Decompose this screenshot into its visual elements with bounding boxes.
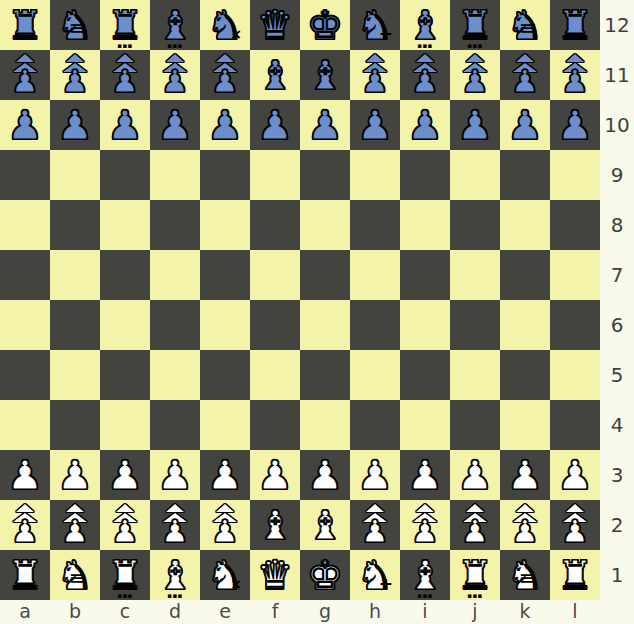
piece-blue-pawn: ♟ [100,100,150,150]
square-e9[interactable] [200,150,250,200]
square-i12[interactable]: ♝▪▪▪ [400,0,450,50]
square-a12[interactable]: ♜ [0,0,50,50]
piece-blue-footed-bishop: ♝▪▪▪ [150,0,200,50]
square-c8[interactable] [100,200,150,250]
piece-white-footed-bishop: ♝▪▪▪ [400,550,450,600]
square-k11[interactable]: ♟ [500,50,550,100]
piece-glyph: ♟ [100,56,150,106]
square-a5[interactable] [0,350,50,400]
square-j10[interactable]: ♟ [450,100,500,150]
piece-glyph: ♟ [50,56,100,106]
square-g1[interactable]: ♚ [300,550,350,600]
piece-glyph: ♟ [450,450,500,500]
square-a11[interactable]: ♟ [0,50,50,100]
piece-blue-pawn: ♟ [450,100,500,150]
piece-blue-fast-pawn: ♟ [100,50,150,100]
rank-label-7: 7 [600,250,634,300]
piece-blue-pawn: ♟ [300,100,350,150]
piece-white-footed-bishop: ♝▪▪▪ [150,550,200,600]
feet-mark-icon: ▪▪▪ [167,593,183,600]
square-f5[interactable] [250,350,300,400]
square-g3[interactable]: ♟ [300,450,350,500]
square-d4[interactable] [150,400,200,450]
piece-white-queen: ♛ [250,550,300,600]
piece-blue-fast-pawn: ♟ [200,50,250,100]
piece-blue-rook: ♜ [550,0,600,50]
rank-label-8: 8 [600,200,634,250]
square-f11[interactable]: ♝ [250,50,300,100]
piece-white-pawn: ♟ [450,450,500,500]
piece-white-pawn: ♟ [250,450,300,500]
square-h7[interactable] [350,250,400,300]
square-h2[interactable]: ♟ [350,500,400,550]
piece-blue-pawn: ♟ [0,100,50,150]
square-i8[interactable] [400,200,450,250]
square-c11[interactable]: ♟ [100,50,150,100]
rank-label-4: 4 [600,400,634,450]
piece-glyph: ♟ [350,100,400,150]
stripes-mark-icon: ≡ [518,571,537,586]
square-h3[interactable]: ♟ [350,450,400,500]
square-l2[interactable]: ♟ [550,500,600,550]
piece-glyph: ♟ [450,100,500,150]
square-l1[interactable]: ♜ [550,550,600,600]
piece-glyph: ♟ [100,450,150,500]
square-d12[interactable]: ♝▪▪▪ [150,0,200,50]
stripes-mark-icon: ≡ [68,21,87,36]
piece-glyph: ♟ [150,506,200,556]
square-h12[interactable]: ♞+ [350,0,400,50]
square-j9[interactable] [450,150,500,200]
square-b6[interactable] [50,300,100,350]
square-b9[interactable] [50,150,100,200]
piece-blue-footed-rook: ♜▪▪▪ [100,0,150,50]
square-g4[interactable] [300,400,350,450]
square-e4[interactable] [200,400,250,450]
piece-white-fast-pawn: ♟ [0,500,50,550]
feet-mark-icon: ▪▪▪ [117,43,133,50]
square-k10[interactable]: ♟ [500,100,550,150]
square-i9[interactable] [400,150,450,200]
square-i1[interactable]: ♝▪▪▪ [400,550,450,600]
feet-mark-icon: ▪▪▪ [417,593,433,600]
square-d1[interactable]: ♝▪▪▪ [150,550,200,600]
piece-blue-pawn: ♟ [500,100,550,150]
square-d2[interactable]: ♟ [150,500,200,550]
plus-mark-icon: + [379,26,393,43]
piece-blue-fast-pawn: ♟ [400,50,450,100]
piece-glyph: ♟ [500,506,550,556]
square-c6[interactable] [100,300,150,350]
piece-blue-fast-pawn: ♟ [500,50,550,100]
square-c9[interactable] [100,150,150,200]
piece-glyph: ♟ [250,450,300,500]
piece-blue-footed-bishop: ♝▪▪▪ [400,0,450,50]
square-l10[interactable]: ♟ [550,100,600,150]
square-a10[interactable]: ♟ [0,100,50,150]
square-e8[interactable] [200,200,250,250]
piece-glyph: ♟ [500,56,550,106]
feet-mark-icon: ▪▪▪ [467,593,483,600]
square-e12[interactable]: ♞× [200,0,250,50]
piece-white-pawn: ♟ [400,450,450,500]
square-j7[interactable] [450,250,500,300]
square-g2[interactable]: ♝ [300,500,350,550]
piece-glyph: ♟ [550,56,600,106]
square-a6[interactable] [0,300,50,350]
piece-glyph: ♟ [200,56,250,106]
square-i2[interactable]: ♟ [400,500,450,550]
x-mark-icon: × [230,577,242,591]
file-label-f: f [250,600,300,624]
piece-white-king: ♚ [300,550,350,600]
square-f4[interactable] [250,400,300,450]
piece-white-footed-rook: ♜▪▪▪ [450,550,500,600]
square-b5[interactable] [50,350,100,400]
piece-white-pawn: ♟ [350,450,400,500]
piece-glyph: ♟ [250,100,300,150]
piece-glyph: ♜ [0,0,50,50]
square-f6[interactable] [250,300,300,350]
square-g12[interactable]: ♚ [300,0,350,50]
piece-glyph: ♟ [550,450,600,500]
square-c3[interactable]: ♟ [100,450,150,500]
square-c10[interactable]: ♟ [100,100,150,150]
piece-white-pawn: ♟ [550,450,600,500]
square-d6[interactable] [150,300,200,350]
piece-glyph: ♟ [50,100,100,150]
rank-label-2: 2 [600,500,634,550]
square-g9[interactable] [300,150,350,200]
square-h4[interactable] [350,400,400,450]
square-k7[interactable] [500,250,550,300]
piece-white-striped-knight: ♞≡ [50,550,100,600]
piece-blue-fast-pawn: ♟ [0,50,50,100]
square-f10[interactable]: ♟ [250,100,300,150]
piece-glyph: ♟ [0,506,50,556]
rank-label-1: 1 [600,550,634,600]
square-j11[interactable]: ♟ [450,50,500,100]
piece-white-footed-rook: ♜▪▪▪ [100,550,150,600]
square-f9[interactable] [250,150,300,200]
square-e7[interactable] [200,250,250,300]
piece-blue-pawn: ♟ [550,100,600,150]
piece-glyph: ♟ [0,56,50,106]
piece-white-fast-pawn: ♟ [400,500,450,550]
square-g11[interactable]: ♝ [300,50,350,100]
rank-label-9: 9 [600,150,634,200]
square-l4[interactable] [550,400,600,450]
square-c12[interactable]: ♜▪▪▪ [100,0,150,50]
square-b10[interactable]: ♟ [50,100,100,150]
square-i11[interactable]: ♟ [400,50,450,100]
piece-glyph: ♟ [400,450,450,500]
piece-glyph: ♜ [550,0,600,50]
square-b3[interactable]: ♟ [50,450,100,500]
file-label-a: a [0,600,50,624]
piece-blue-fast-pawn: ♟ [150,50,200,100]
piece-white-bishop: ♝ [250,500,300,550]
square-c4[interactable] [100,400,150,450]
piece-white-pawn: ♟ [200,450,250,500]
square-e3[interactable]: ♟ [200,450,250,500]
piece-glyph: ♟ [50,450,100,500]
square-k4[interactable] [500,400,550,450]
square-c7[interactable] [100,250,150,300]
square-l6[interactable] [550,300,600,350]
feet-mark-icon: ▪▪▪ [117,593,133,600]
file-label-l: l [550,600,600,624]
file-label-b: b [50,600,100,624]
square-j8[interactable] [450,200,500,250]
piece-glyph: ♟ [200,100,250,150]
square-k1[interactable]: ♞≡ [500,550,550,600]
square-h9[interactable] [350,150,400,200]
piece-glyph: ♟ [50,506,100,556]
rank-label-12: 12 [600,0,634,50]
chess-board: ♜♞≡♜▪▪▪♝▪▪▪♞×♛♚♞+♝▪▪▪♜▪▪▪♞≡♜♟♟♟♟♟♝♝♟♟♟♟♟… [0,0,600,600]
piece-white-pawn: ♟ [50,450,100,500]
square-e5[interactable] [200,350,250,400]
piece-blue-pawn: ♟ [150,100,200,150]
square-h1[interactable]: ♞+ [350,550,400,600]
square-l8[interactable] [550,200,600,250]
rank-label-10: 10 [600,100,634,150]
square-h11[interactable]: ♟ [350,50,400,100]
square-b2[interactable]: ♟ [50,500,100,550]
piece-blue-pawn: ♟ [50,100,100,150]
square-a7[interactable] [0,250,50,300]
square-e10[interactable]: ♟ [200,100,250,150]
piece-white-pawn: ♟ [300,450,350,500]
piece-glyph: ♟ [450,506,500,556]
piece-white-fast-pawn: ♟ [550,500,600,550]
square-f1[interactable]: ♛ [250,550,300,600]
square-k5[interactable] [500,350,550,400]
square-f7[interactable] [250,250,300,300]
rank-label-5: 5 [600,350,634,400]
piece-glyph: ♟ [100,506,150,556]
piece-white-pawn: ♟ [0,450,50,500]
square-k3[interactable]: ♟ [500,450,550,500]
piece-glyph: ♟ [350,56,400,106]
rank-label-3: 3 [600,450,634,500]
piece-white-fast-pawn: ♟ [450,500,500,550]
piece-glyph: ♟ [150,100,200,150]
piece-white-fast-pawn: ♟ [100,500,150,550]
rank-labels: 121110987654321 [600,0,634,600]
piece-glyph: ♚ [300,0,350,50]
square-a9[interactable] [0,150,50,200]
piece-glyph: ♞ [200,0,250,50]
rank-label-6: 6 [600,300,634,350]
square-g10[interactable]: ♟ [300,100,350,150]
piece-blue-pawn: ♟ [400,100,450,150]
square-c5[interactable] [100,350,150,400]
piece-white-fast-pawn: ♟ [200,500,250,550]
piece-glyph: ♝ [250,50,300,100]
piece-white-knight-plus: ♞+ [350,550,400,600]
square-k12[interactable]: ♞≡ [500,0,550,50]
piece-blue-bishop: ♝ [250,50,300,100]
square-l12[interactable]: ♜ [550,0,600,50]
square-j12[interactable]: ♜▪▪▪ [450,0,500,50]
square-d7[interactable] [150,250,200,300]
piece-glyph: ♟ [0,450,50,500]
piece-blue-pawn: ♟ [250,100,300,150]
piece-blue-striped-knight: ♞≡ [50,0,100,50]
square-l7[interactable] [550,250,600,300]
plus-mark-icon: + [379,576,393,593]
square-d3[interactable]: ♟ [150,450,200,500]
square-b1[interactable]: ♞≡ [50,550,100,600]
square-l5[interactable] [550,350,600,400]
square-f8[interactable] [250,200,300,250]
square-b4[interactable] [50,400,100,450]
feet-mark-icon: ▪▪▪ [167,43,183,50]
piece-glyph: ♟ [400,506,450,556]
file-labels: abcdefghijkl [0,600,600,624]
square-k6[interactable] [500,300,550,350]
square-j6[interactable] [450,300,500,350]
square-e11[interactable]: ♟ [200,50,250,100]
square-h10[interactable]: ♟ [350,100,400,150]
piece-glyph: ♛ [250,550,300,600]
square-g7[interactable] [300,250,350,300]
piece-glyph: ♜ [550,550,600,600]
piece-white-fast-pawn: ♟ [150,500,200,550]
square-j2[interactable]: ♟ [450,500,500,550]
piece-white-knight-x: ♞× [200,550,250,600]
square-a1[interactable]: ♜ [0,550,50,600]
file-label-h: h [350,600,400,624]
piece-glyph: ♟ [450,56,500,106]
file-label-i: i [400,600,450,624]
square-h8[interactable] [350,200,400,250]
piece-white-rook: ♜ [550,550,600,600]
file-label-j: j [450,600,500,624]
feet-mark-icon: ▪▪▪ [417,43,433,50]
piece-glyph: ♝ [300,500,350,550]
square-d9[interactable] [150,150,200,200]
piece-white-fast-pawn: ♟ [500,500,550,550]
square-j4[interactable] [450,400,500,450]
piece-glyph: ♟ [200,450,250,500]
square-b8[interactable] [50,200,100,250]
square-l3[interactable]: ♟ [550,450,600,500]
square-h6[interactable] [350,300,400,350]
square-g5[interactable] [300,350,350,400]
square-f12[interactable]: ♛ [250,0,300,50]
piece-glyph: ♟ [550,100,600,150]
square-i10[interactable]: ♟ [400,100,450,150]
piece-white-pawn: ♟ [500,450,550,500]
square-j5[interactable] [450,350,500,400]
square-a2[interactable]: ♟ [0,500,50,550]
piece-glyph: ♟ [0,100,50,150]
square-i6[interactable] [400,300,450,350]
square-a3[interactable]: ♟ [0,450,50,500]
square-i4[interactable] [400,400,450,450]
piece-blue-footed-rook: ♜▪▪▪ [450,0,500,50]
piece-glyph: ♟ [150,450,200,500]
square-l11[interactable]: ♟ [550,50,600,100]
square-b12[interactable]: ♞≡ [50,0,100,50]
square-j3[interactable]: ♟ [450,450,500,500]
square-b7[interactable] [50,250,100,300]
piece-blue-fast-pawn: ♟ [350,50,400,100]
square-l9[interactable] [550,150,600,200]
piece-glyph: ♟ [200,506,250,556]
square-h5[interactable] [350,350,400,400]
piece-glyph: ♞ [200,550,250,600]
square-i5[interactable] [400,350,450,400]
piece-glyph: ♟ [100,100,150,150]
square-c2[interactable]: ♟ [100,500,150,550]
square-k2[interactable]: ♟ [500,500,550,550]
piece-glyph: ♟ [150,56,200,106]
piece-blue-fast-pawn: ♟ [450,50,500,100]
piece-glyph: ♝ [300,50,350,100]
x-mark-icon: × [230,27,242,41]
square-g8[interactable] [300,200,350,250]
square-d10[interactable]: ♟ [150,100,200,150]
rank-label-11: 11 [600,50,634,100]
square-e2[interactable]: ♟ [200,500,250,550]
piece-glyph: ♟ [500,100,550,150]
piece-white-pawn: ♟ [100,450,150,500]
square-d11[interactable]: ♟ [150,50,200,100]
piece-glyph: ♚ [300,550,350,600]
file-label-g: g [300,600,350,624]
piece-blue-fast-pawn: ♟ [50,50,100,100]
piece-glyph: ♟ [550,506,600,556]
piece-blue-queen: ♛ [250,0,300,50]
square-j1[interactable]: ♜▪▪▪ [450,550,500,600]
square-e6[interactable] [200,300,250,350]
piece-blue-pawn: ♟ [200,100,250,150]
piece-blue-pawn: ♟ [350,100,400,150]
piece-blue-knight-x: ♞× [200,0,250,50]
square-g6[interactable] [300,300,350,350]
piece-white-striped-knight: ♞≡ [500,550,550,600]
square-i7[interactable] [400,250,450,300]
square-i3[interactable]: ♟ [400,450,450,500]
piece-blue-knight-plus: ♞+ [350,0,400,50]
piece-glyph: ♟ [350,450,400,500]
square-k8[interactable] [500,200,550,250]
piece-white-pawn: ♟ [150,450,200,500]
square-c1[interactable]: ♜▪▪▪ [100,550,150,600]
chess-variant-window: ♜♞≡♜▪▪▪♝▪▪▪♞×♛♚♞+♝▪▪▪♜▪▪▪♞≡♜♟♟♟♟♟♝♝♟♟♟♟♟… [0,0,634,624]
square-f3[interactable]: ♟ [250,450,300,500]
square-d5[interactable] [150,350,200,400]
square-a4[interactable] [0,400,50,450]
file-label-c: c [100,600,150,624]
piece-glyph: ♝ [250,500,300,550]
piece-blue-rook: ♜ [0,0,50,50]
square-a8[interactable] [0,200,50,250]
piece-glyph: ♟ [400,100,450,150]
square-k9[interactable] [500,150,550,200]
piece-blue-striped-knight: ♞≡ [500,0,550,50]
square-b11[interactable]: ♟ [50,50,100,100]
file-label-k: k [500,600,550,624]
square-f2[interactable]: ♝ [250,500,300,550]
piece-glyph: ♟ [350,506,400,556]
square-d8[interactable] [150,200,200,250]
square-e1[interactable]: ♞× [200,550,250,600]
